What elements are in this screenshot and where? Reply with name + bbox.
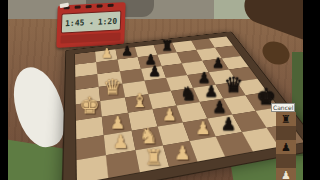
square-c2: [98, 71, 122, 87]
square-g2: ♟: [104, 130, 135, 154]
video-frame: 1:45 ◂ 1:20 ♟♟♜♟♟♟♛♟♚♝♞♟♛♟♟♟♚♟♞♟♟♜♟ Canc…: [0, 0, 320, 180]
white-pawn: ♟: [195, 120, 211, 138]
white-pawn: ♟: [110, 114, 126, 131]
palette-black-pawn-icon[interactable]: ♟: [276, 140, 296, 154]
clock-display: 1:45 ◂ 1:20: [61, 10, 122, 33]
palette-black-rook-icon[interactable]: ♜: [276, 112, 296, 126]
black-pawn: ♟: [121, 45, 133, 58]
palette-white-pawn-icon[interactable]: ♟: [276, 168, 296, 180]
square-h6: [216, 132, 252, 157]
clock-left-time: 1:45: [65, 18, 85, 28]
square-h2: [106, 150, 139, 178]
black-pawn: ♟: [149, 64, 162, 78]
chess-clock: 1:45 ◂ 1:20: [56, 2, 125, 48]
palette-spacer: [276, 126, 296, 140]
piece-palette: ♜♟♟: [276, 112, 296, 180]
square-e2: [100, 98, 127, 117]
square-h1: [77, 155, 109, 180]
white-pawn: ♟: [112, 133, 129, 151]
white-pawn: ♟: [101, 47, 113, 60]
square-h3: ♜: [135, 145, 169, 172]
square-e8: [237, 79, 268, 96]
white-rook: ♜: [145, 148, 164, 169]
white-knight: ♞: [139, 125, 159, 147]
square-f1: [76, 117, 104, 139]
overlay-tooltip: Cancel: [271, 103, 295, 112]
square-d5: [166, 75, 193, 91]
letterbox-left: [0, 0, 8, 180]
square-h4: ♟: [163, 141, 198, 167]
clock-turn-indicator: ◂: [89, 18, 93, 25]
white-queen: ♛: [103, 77, 122, 99]
square-b2: [96, 60, 119, 74]
clock-right-time: 1:20: [98, 16, 118, 26]
clock-base: [60, 32, 120, 43]
palette-spacer: [276, 154, 296, 168]
letterbox-right: [303, 0, 320, 180]
white-pawn: ♟: [174, 144, 191, 163]
black-pawn: ♟: [212, 99, 227, 115]
black-pawn: ♟: [197, 71, 210, 86]
white-pawn: ♟: [162, 107, 177, 124]
square-f3: [128, 109, 158, 130]
black-pawn: ♟: [221, 116, 237, 133]
square-b1: [75, 62, 97, 76]
square-h5: [190, 136, 226, 161]
clock-buttons: [64, 3, 120, 10]
black-rook: ♜: [161, 39, 173, 53]
